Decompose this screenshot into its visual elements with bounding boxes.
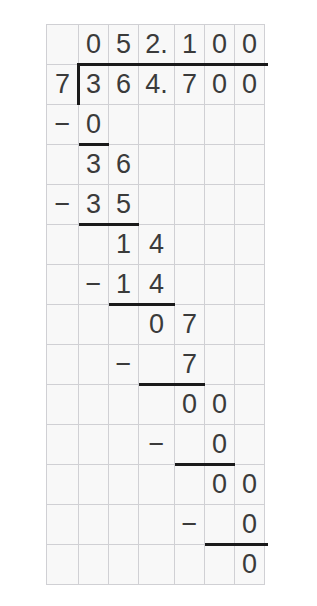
cell-r3c6-empty <box>235 145 265 185</box>
cell-r3c4-empty <box>175 145 205 185</box>
cell-r10c5-value: 0 <box>205 425 235 465</box>
cell-r5c1-empty <box>79 225 109 265</box>
cell-r11c4-empty <box>175 465 205 505</box>
cell-r7c5-empty <box>205 305 235 345</box>
cell-r10c3-minus: − <box>139 425 175 465</box>
cell-r9c2-empty <box>109 385 139 425</box>
cell-r3c3-empty <box>139 145 175 185</box>
cell-r4c5-empty <box>205 185 235 225</box>
cell-r9c3-empty <box>139 385 175 425</box>
cell-r8c3-empty <box>139 345 175 385</box>
cell-r5c6-empty <box>235 225 265 265</box>
cell-r7c1-empty <box>79 305 109 345</box>
cell-r9c5-value: 0 <box>205 385 235 425</box>
cell-r1c1-value: 3 <box>79 65 109 105</box>
subtraction-underline-3 <box>109 303 175 306</box>
division-bracket-horizontal <box>77 63 268 66</box>
cell-r12c5-empty <box>205 505 235 545</box>
cell-r2c3-empty <box>139 105 175 145</box>
cell-r1c5-value: 0 <box>205 65 235 105</box>
cell-r3c0-empty <box>47 145 79 185</box>
cell-r8c0-empty <box>47 345 79 385</box>
cell-r8c2-minus: − <box>109 345 139 385</box>
cell-r10c1-empty <box>79 425 109 465</box>
cell-r2c4-empty <box>175 105 205 145</box>
cell-r0c0-empty <box>47 25 79 65</box>
cell-r11c1-empty <box>79 465 109 505</box>
cell-r4c3-empty <box>139 185 175 225</box>
cell-r5c2-value: 1 <box>109 225 139 265</box>
cell-r4c0-minus: − <box>47 185 79 225</box>
cell-r6c4-empty <box>175 265 205 305</box>
cell-r8c6-empty <box>235 345 265 385</box>
cell-r3c1-value: 3 <box>79 145 109 185</box>
cell-r12c0-empty <box>47 505 79 545</box>
cell-r13c1-empty <box>79 545 109 585</box>
cell-r2c2-empty <box>109 105 139 145</box>
cell-r1c6-value: 0 <box>235 65 265 105</box>
long-division-worksheet: 052.1007364.700−036−3514−1407−700−000−00 <box>0 0 317 606</box>
cell-r11c5-value: 0 <box>205 465 235 505</box>
cell-r10c2-empty <box>109 425 139 465</box>
cell-r6c2-value: 1 <box>109 265 139 305</box>
cell-r8c4-value: 7 <box>175 345 205 385</box>
cell-r11c6-value: 0 <box>235 465 265 505</box>
cell-r3c5-empty <box>205 145 235 185</box>
cell-r5c3-value: 4 <box>139 225 175 265</box>
cell-r13c3-empty <box>139 545 175 585</box>
cell-r12c2-empty <box>109 505 139 545</box>
cell-r13c4-empty <box>175 545 205 585</box>
cell-r5c4-empty <box>175 225 205 265</box>
subtraction-underline-6 <box>205 543 268 546</box>
cell-r7c4-value: 7 <box>175 305 205 345</box>
cell-r10c6-empty <box>235 425 265 465</box>
cell-r12c4-minus: − <box>175 505 205 545</box>
cell-r2c6-empty <box>235 105 265 145</box>
cell-r2c0-minus: − <box>47 105 79 145</box>
cell-r8c1-empty <box>79 345 109 385</box>
cell-r13c2-empty <box>109 545 139 585</box>
cell-r6c1-minus: − <box>79 265 109 305</box>
cell-r9c4-value: 0 <box>175 385 205 425</box>
subtraction-underline-4 <box>139 383 205 386</box>
cell-r4c2-value: 5 <box>109 185 139 225</box>
cell-r6c3-value: 4 <box>139 265 175 305</box>
cell-r7c3-value: 0 <box>139 305 175 345</box>
cell-r9c0-empty <box>47 385 79 425</box>
cell-r9c1-empty <box>79 385 109 425</box>
cell-r8c5-empty <box>205 345 235 385</box>
cell-r2c1-value: 0 <box>79 105 109 145</box>
cell-r13c5-empty <box>205 545 235 585</box>
cell-r6c6-empty <box>235 265 265 305</box>
subtraction-underline-2 <box>79 223 139 226</box>
cell-r7c2-empty <box>109 305 139 345</box>
cell-r1c0-value: 7 <box>47 65 79 105</box>
cell-r6c0-empty <box>47 265 79 305</box>
cell-r7c0-empty <box>47 305 79 345</box>
cell-r10c4-empty <box>175 425 205 465</box>
cell-r4c4-empty <box>175 185 205 225</box>
cell-r6c5-empty <box>205 265 235 305</box>
cell-r4c1-value: 3 <box>79 185 109 225</box>
cell-r0c6-value: 0 <box>235 25 265 65</box>
cell-r0c1-value: 0 <box>79 25 109 65</box>
long-division-grid: 052.1007364.700−036−3514−1407−700−000−00 <box>46 24 265 585</box>
cell-r11c0-empty <box>47 465 79 505</box>
cell-r0c3-value: 2. <box>139 25 175 65</box>
cell-r11c3-empty <box>139 465 175 505</box>
cell-r12c1-empty <box>79 505 109 545</box>
cell-r10c0-empty <box>47 425 79 465</box>
subtraction-underline-1 <box>79 143 109 146</box>
cell-r0c2-value: 5 <box>109 25 139 65</box>
cell-r13c0-empty <box>47 545 79 585</box>
cell-r12c6-value: 0 <box>235 505 265 545</box>
cell-r0c4-value: 1 <box>175 25 205 65</box>
cell-r5c0-empty <box>47 225 79 265</box>
cell-r1c3-value: 4. <box>139 65 175 105</box>
cell-r1c2-value: 6 <box>109 65 139 105</box>
cell-r11c2-empty <box>109 465 139 505</box>
cell-r0c5-value: 0 <box>205 25 235 65</box>
cell-r2c5-empty <box>205 105 235 145</box>
division-bracket-vertical <box>77 63 80 105</box>
cell-r3c2-value: 6 <box>109 145 139 185</box>
cell-r13c6-value: 0 <box>235 545 265 585</box>
cell-r5c5-empty <box>205 225 235 265</box>
cell-r9c6-empty <box>235 385 265 425</box>
cell-r4c6-empty <box>235 185 265 225</box>
cell-r1c4-value: 7 <box>175 65 205 105</box>
cell-r7c6-empty <box>235 305 265 345</box>
subtraction-underline-5 <box>175 463 235 466</box>
cell-r12c3-empty <box>139 505 175 545</box>
